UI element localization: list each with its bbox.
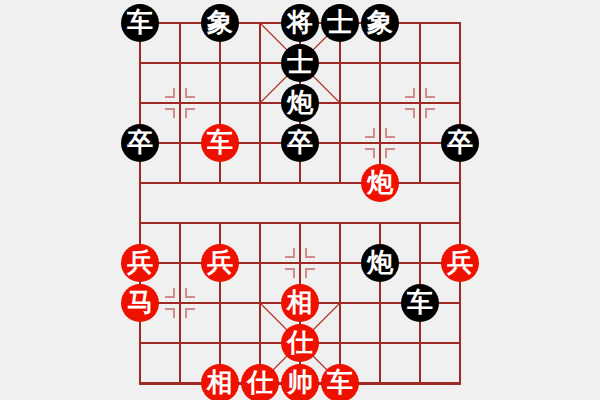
intersection-0-2[interactable]: 象 <box>200 3 240 43</box>
intersection-7-2[interactable] <box>200 283 240 323</box>
point-marker-corner <box>285 248 295 258</box>
intersection-0-8[interactable] <box>440 3 480 43</box>
point-marker-corner <box>185 108 195 118</box>
intersection-2-8[interactable] <box>440 83 480 123</box>
intersection-7-4[interactable]: 相 <box>280 283 320 323</box>
intersection-0-6[interactable]: 象 <box>360 3 400 43</box>
intersection-3-7[interactable] <box>400 123 440 163</box>
intersection-9-6[interactable] <box>360 363 400 400</box>
intersection-9-7[interactable] <box>400 363 440 400</box>
point-marker <box>360 123 400 163</box>
intersection-5-2[interactable] <box>200 203 240 243</box>
intersection-2-1[interactable] <box>160 83 200 123</box>
intersection-5-5[interactable] <box>320 203 360 243</box>
intersection-7-0[interactable]: 马 <box>120 283 160 323</box>
intersection-8-3[interactable] <box>240 323 280 363</box>
intersection-8-7[interactable] <box>400 323 440 363</box>
piece-black-cannon[interactable]: 炮 <box>361 244 399 282</box>
piece-black-general[interactable]: 将 <box>281 4 319 42</box>
intersection-3-3[interactable] <box>240 123 280 163</box>
point-marker-corner <box>405 88 415 98</box>
point-marker-corner <box>305 248 315 258</box>
intersection-9-4[interactable]: 帅 <box>280 363 320 400</box>
intersection-1-5[interactable] <box>320 43 360 83</box>
intersection-6-6[interactable]: 炮 <box>360 243 400 283</box>
point-marker-corner <box>405 108 415 118</box>
intersection-8-0[interactable] <box>120 323 160 363</box>
intersection-7-1[interactable] <box>160 283 200 323</box>
piece-red-elephant[interactable]: 相 <box>281 284 319 322</box>
intersection-3-2[interactable]: 车 <box>200 123 240 163</box>
intersection-0-5[interactable]: 士 <box>320 3 360 43</box>
intersection-4-7[interactable] <box>400 163 440 203</box>
intersection-6-5[interactable] <box>320 243 360 283</box>
intersection-1-2[interactable] <box>200 43 240 83</box>
intersection-3-0[interactable]: 卒 <box>120 123 160 163</box>
intersection-8-8[interactable] <box>440 323 480 363</box>
intersection-1-3[interactable] <box>240 43 280 83</box>
piece-black-soldier[interactable]: 卒 <box>281 124 319 162</box>
intersection-8-1[interactable] <box>160 323 200 363</box>
point-marker-corner <box>305 268 315 278</box>
point-marker-corner <box>185 288 195 298</box>
intersection-0-3[interactable] <box>240 3 280 43</box>
intersection-7-5[interactable] <box>320 283 360 323</box>
point-marker <box>280 243 320 283</box>
intersection-4-3[interactable] <box>240 163 280 203</box>
intersection-3-6[interactable] <box>360 123 400 163</box>
intersection-6-2[interactable]: 兵 <box>200 243 240 283</box>
intersection-0-4[interactable]: 将 <box>280 3 320 43</box>
point-marker-corner <box>185 308 195 318</box>
intersection-0-1[interactable] <box>160 3 200 43</box>
piece-red-advisor[interactable]: 仕 <box>281 324 319 362</box>
piece-black-advisor[interactable]: 士 <box>321 4 359 42</box>
intersection-9-8[interactable] <box>440 363 480 400</box>
point-marker-corner <box>385 128 395 138</box>
intersection-4-6[interactable]: 炮 <box>360 163 400 203</box>
piece-black-elephant[interactable]: 象 <box>201 4 239 42</box>
piece-red-horse[interactable]: 马 <box>121 284 159 322</box>
intersection-8-5[interactable] <box>320 323 360 363</box>
intersection-2-5[interactable] <box>320 83 360 123</box>
intersection-2-0[interactable] <box>120 83 160 123</box>
intersection-7-3[interactable] <box>240 283 280 323</box>
intersection-4-4[interactable] <box>280 163 320 203</box>
intersection-2-3[interactable] <box>240 83 280 123</box>
piece-red-advisor[interactable]: 仕 <box>241 364 279 400</box>
point-marker-corner <box>425 88 435 98</box>
point-marker <box>160 283 200 323</box>
point-marker-corner <box>425 108 435 118</box>
intersection-6-4[interactable] <box>280 243 320 283</box>
piece-black-chariot[interactable]: 车 <box>121 4 159 42</box>
intersection-1-1[interactable] <box>160 43 200 83</box>
intersection-1-7[interactable] <box>400 43 440 83</box>
point-marker <box>400 83 440 123</box>
intersection-8-4[interactable]: 仕 <box>280 323 320 363</box>
intersection-4-5[interactable] <box>320 163 360 203</box>
intersection-3-1[interactable] <box>160 123 200 163</box>
piece-red-soldier[interactable]: 兵 <box>441 244 479 282</box>
point-marker-corner <box>365 128 375 138</box>
piece-black-advisor[interactable]: 士 <box>281 44 319 82</box>
intersection-2-4[interactable]: 炮 <box>280 83 320 123</box>
point-marker-corner <box>165 88 175 98</box>
piece-black-soldier[interactable]: 卒 <box>441 124 479 162</box>
point-marker-corner <box>285 268 295 278</box>
intersection-9-2[interactable]: 相 <box>200 363 240 400</box>
intersection-6-0[interactable]: 兵 <box>120 243 160 283</box>
intersection-1-4[interactable]: 士 <box>280 43 320 83</box>
intersection-9-0[interactable] <box>120 363 160 400</box>
intersection-4-8[interactable] <box>440 163 480 203</box>
intersection-5-1[interactable] <box>160 203 200 243</box>
intersection-3-8[interactable]: 卒 <box>440 123 480 163</box>
intersection-6-1[interactable] <box>160 243 200 283</box>
piece-red-general[interactable]: 帅 <box>281 364 319 400</box>
intersection-0-0[interactable]: 车 <box>120 3 160 43</box>
intersection-5-7[interactable] <box>400 203 440 243</box>
intersection-9-1[interactable] <box>160 363 200 400</box>
intersection-6-3[interactable] <box>240 243 280 283</box>
intersection-2-7[interactable] <box>400 83 440 123</box>
intersection-2-2[interactable] <box>200 83 240 123</box>
intersection-5-3[interactable] <box>240 203 280 243</box>
piece-black-chariot[interactable]: 车 <box>401 284 439 322</box>
piece-red-soldier[interactable]: 兵 <box>121 244 159 282</box>
intersection-1-6[interactable] <box>360 43 400 83</box>
point-marker-corner <box>185 88 195 98</box>
xiangqi-board: 车象将士象士炮卒车卒卒炮兵兵炮兵马相车仕相仕帅车 <box>0 0 600 400</box>
intersection-4-2[interactable] <box>200 163 240 203</box>
intersection-3-4[interactable]: 卒 <box>280 123 320 163</box>
intersection-9-5[interactable]: 车 <box>320 363 360 400</box>
intersection-7-6[interactable] <box>360 283 400 323</box>
intersection-4-0[interactable] <box>120 163 160 203</box>
intersection-1-8[interactable] <box>440 43 480 83</box>
intersection-6-8[interactable]: 兵 <box>440 243 480 283</box>
intersection-8-2[interactable] <box>200 323 240 363</box>
piece-black-cannon[interactable]: 炮 <box>281 84 319 122</box>
intersection-6-7[interactable] <box>400 243 440 283</box>
intersection-5-6[interactable] <box>360 203 400 243</box>
piece-black-elephant[interactable]: 象 <box>361 4 399 42</box>
piece-red-cannon[interactable]: 炮 <box>361 164 399 202</box>
point-marker-corner <box>165 308 175 318</box>
piece-red-soldier[interactable]: 兵 <box>201 244 239 282</box>
intersection-4-1[interactable] <box>160 163 200 203</box>
point-marker <box>160 83 200 123</box>
piece-red-chariot[interactable]: 车 <box>321 364 359 400</box>
intersection-5-8[interactable] <box>440 203 480 243</box>
piece-black-soldier[interactable]: 卒 <box>121 124 159 162</box>
intersection-5-4[interactable] <box>280 203 320 243</box>
intersection-7-8[interactable] <box>440 283 480 323</box>
point-marker-corner <box>385 148 395 158</box>
piece-red-elephant[interactable]: 相 <box>201 364 239 400</box>
piece-red-chariot[interactable]: 车 <box>201 124 239 162</box>
intersection-7-7[interactable]: 车 <box>400 283 440 323</box>
point-marker-corner <box>365 148 375 158</box>
intersection-9-3[interactable]: 仕 <box>240 363 280 400</box>
intersection-0-7[interactable] <box>400 3 440 43</box>
board-grid: 车象将士象士炮卒车卒卒炮兵兵炮兵马相车仕相仕帅车 <box>120 3 480 400</box>
intersection-3-5[interactable] <box>320 123 360 163</box>
intersection-2-6[interactable] <box>360 83 400 123</box>
point-marker-corner <box>165 288 175 298</box>
intersection-5-0[interactable] <box>120 203 160 243</box>
intersection-1-0[interactable] <box>120 43 160 83</box>
point-marker-corner <box>165 108 175 118</box>
intersection-8-6[interactable] <box>360 323 400 363</box>
